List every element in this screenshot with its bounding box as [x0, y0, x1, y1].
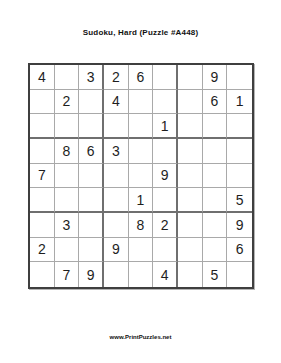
cell-r7c4[interactable] — [104, 213, 129, 238]
cell-r4c4[interactable]: 3 — [104, 139, 129, 164]
cell-r5c3[interactable] — [79, 164, 104, 189]
cell-r9c9[interactable] — [227, 262, 252, 287]
cell-r9c8[interactable]: 5 — [203, 262, 228, 287]
cell-r1c9[interactable] — [227, 65, 252, 90]
footer-url: www.PrintPuzzles.net — [0, 334, 281, 340]
cell-r5c2[interactable] — [55, 164, 80, 189]
cell-r1c4[interactable]: 2 — [104, 65, 129, 90]
cell-r5c8[interactable] — [203, 164, 228, 189]
given-digit: 6 — [236, 242, 244, 256]
cell-r4c2[interactable]: 8 — [55, 139, 80, 164]
cell-r3c3[interactable] — [79, 114, 104, 139]
cell-r9c3[interactable]: 9 — [79, 262, 104, 287]
cell-r5c9[interactable] — [227, 164, 252, 189]
cell-r3c8[interactable] — [203, 114, 228, 139]
given-digit: 4 — [161, 268, 169, 282]
cell-r8c7[interactable] — [178, 238, 203, 263]
cell-r2c4[interactable]: 4 — [104, 90, 129, 115]
cell-r3c4[interactable] — [104, 114, 129, 139]
cell-r7c5[interactable]: 8 — [129, 213, 154, 238]
given-digit: 4 — [38, 70, 46, 84]
cell-r9c2[interactable]: 7 — [55, 262, 80, 287]
given-digit: 3 — [112, 144, 120, 158]
given-digit: 3 — [87, 70, 95, 84]
cell-r9c1[interactable] — [30, 262, 55, 287]
given-digit: 9 — [112, 242, 120, 256]
cell-r2c6[interactable] — [153, 90, 178, 115]
cell-r3c2[interactable] — [55, 114, 80, 139]
cell-r1c7[interactable] — [178, 65, 203, 90]
cell-r8c5[interactable] — [129, 238, 154, 263]
given-digit: 6 — [137, 70, 145, 84]
cell-r2c2[interactable]: 2 — [55, 90, 80, 115]
cell-r4c5[interactable] — [129, 139, 154, 164]
cell-r4c8[interactable] — [203, 139, 228, 164]
given-digit: 9 — [211, 70, 219, 84]
cell-r3c6[interactable]: 1 — [153, 114, 178, 139]
cell-r1c6[interactable] — [153, 65, 178, 90]
given-digit: 9 — [87, 268, 95, 282]
sudoku-page: Sudoku, Hard (Puzzle #A448) 432692461186… — [0, 0, 281, 363]
cell-r1c5[interactable]: 6 — [129, 65, 154, 90]
cell-r7c3[interactable] — [79, 213, 104, 238]
given-digit: 8 — [137, 218, 145, 232]
given-digit: 6 — [87, 144, 95, 158]
cell-r8c3[interactable] — [79, 238, 104, 263]
given-digit: 6 — [211, 94, 219, 108]
given-digit: 4 — [112, 94, 120, 108]
cell-r6c9[interactable]: 5 — [227, 188, 252, 213]
cell-r6c8[interactable] — [203, 188, 228, 213]
given-digit: 1 — [236, 94, 244, 108]
sudoku-grid: 4326924611863791538292967945 — [28, 63, 254, 289]
cell-r9c4[interactable] — [104, 262, 129, 287]
given-digit: 5 — [236, 193, 244, 207]
cell-r8c6[interactable] — [153, 238, 178, 263]
given-digit: 2 — [112, 70, 120, 84]
given-digit: 2 — [161, 218, 169, 232]
given-digit: 7 — [38, 168, 46, 182]
cell-r4c6[interactable] — [153, 139, 178, 164]
cell-r4c7[interactable] — [178, 139, 203, 164]
cell-r6c1[interactable] — [30, 188, 55, 213]
cell-r1c1[interactable]: 4 — [30, 65, 55, 90]
cell-r5c1[interactable]: 7 — [30, 164, 55, 189]
given-digit: 8 — [63, 144, 71, 158]
cell-r2c1[interactable] — [30, 90, 55, 115]
cell-r8c4[interactable]: 9 — [104, 238, 129, 263]
cell-r1c2[interactable] — [55, 65, 80, 90]
given-digit: 1 — [137, 193, 145, 207]
cell-r8c9[interactable]: 6 — [227, 238, 252, 263]
cell-r5c4[interactable] — [104, 164, 129, 189]
cell-r8c8[interactable] — [203, 238, 228, 263]
cell-r9c5[interactable] — [129, 262, 154, 287]
cell-r6c5[interactable]: 1 — [129, 188, 154, 213]
cell-r3c1[interactable] — [30, 114, 55, 139]
given-digit: 2 — [38, 242, 46, 256]
given-digit: 5 — [211, 268, 219, 282]
cell-r2c8[interactable]: 6 — [203, 90, 228, 115]
cell-r2c3[interactable] — [79, 90, 104, 115]
cell-r1c3[interactable]: 3 — [79, 65, 104, 90]
cell-r4c1[interactable] — [30, 139, 55, 164]
given-digit: 9 — [161, 168, 169, 182]
cell-r7c1[interactable] — [30, 213, 55, 238]
cell-r7c6[interactable]: 2 — [153, 213, 178, 238]
cell-r4c9[interactable] — [227, 139, 252, 164]
cell-r1c8[interactable]: 9 — [203, 65, 228, 90]
cell-r9c6[interactable]: 4 — [153, 262, 178, 287]
cell-r6c3[interactable] — [79, 188, 104, 213]
given-digit: 2 — [63, 94, 71, 108]
cell-r7c7[interactable] — [178, 213, 203, 238]
cell-r3c9[interactable] — [227, 114, 252, 139]
cell-r9c7[interactable] — [178, 262, 203, 287]
cell-r3c7[interactable] — [178, 114, 203, 139]
cell-r6c4[interactable] — [104, 188, 129, 213]
cell-r2c7[interactable] — [178, 90, 203, 115]
cell-r4c3[interactable]: 6 — [79, 139, 104, 164]
cell-r2c9[interactable]: 1 — [227, 90, 252, 115]
cell-r6c6[interactable] — [153, 188, 178, 213]
puzzle-title: Sudoku, Hard (Puzzle #A448) — [0, 28, 281, 37]
cell-r6c7[interactable] — [178, 188, 203, 213]
cell-r7c9[interactable]: 9 — [227, 213, 252, 238]
cell-r5c5[interactable] — [129, 164, 154, 189]
cell-r2c5[interactable] — [129, 90, 154, 115]
cell-r3c5[interactable] — [129, 114, 154, 139]
cell-r5c7[interactable] — [178, 164, 203, 189]
given-digit: 9 — [236, 218, 244, 232]
cell-r6c2[interactable] — [55, 188, 80, 213]
cell-r7c2[interactable]: 3 — [55, 213, 80, 238]
given-digit: 3 — [63, 218, 71, 232]
given-digit: 1 — [161, 119, 169, 133]
cell-r5c6[interactable]: 9 — [153, 164, 178, 189]
given-digit: 7 — [63, 268, 71, 282]
cell-r8c2[interactable] — [55, 238, 80, 263]
cell-r7c8[interactable] — [203, 213, 228, 238]
cell-r8c1[interactable]: 2 — [30, 238, 55, 263]
